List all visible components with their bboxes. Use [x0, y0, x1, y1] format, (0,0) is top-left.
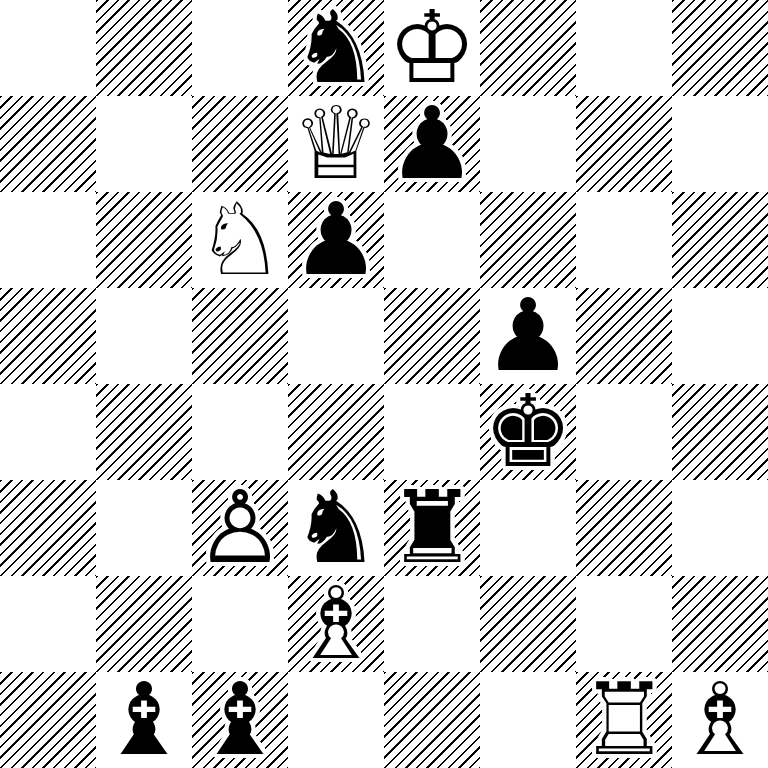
square-c5[interactable] [192, 288, 288, 384]
square-e1[interactable] [384, 672, 480, 768]
white-king-icon: ♔ [384, 0, 480, 96]
square-d7[interactable]: ♛♕ [288, 96, 384, 192]
square-a5[interactable] [0, 288, 96, 384]
black-rook-icon: ♜ [384, 480, 480, 576]
square-d1[interactable] [288, 672, 384, 768]
square-b3[interactable] [96, 480, 192, 576]
square-g1[interactable]: ♜♖ [576, 672, 672, 768]
white-bishop-icon: ♗ [288, 576, 384, 672]
black-bishop-icon: ♝ [96, 672, 192, 768]
piece-black-pawn-e7[interactable]: ♟♟ [384, 96, 480, 192]
square-f2[interactable] [480, 576, 576, 672]
square-c7[interactable] [192, 96, 288, 192]
square-g2[interactable] [576, 576, 672, 672]
square-a8[interactable] [0, 0, 96, 96]
black-pawn-icon: ♟ [288, 192, 384, 288]
square-b2[interactable] [96, 576, 192, 672]
black-knight-icon: ♞ [288, 480, 384, 576]
square-g6[interactable] [576, 192, 672, 288]
square-e4[interactable] [384, 384, 480, 480]
piece-white-king-e8[interactable]: ♚♔ [384, 0, 480, 96]
square-a4[interactable] [0, 384, 96, 480]
piece-black-bishop-b1[interactable]: ♝♝ [96, 672, 192, 768]
piece-black-bishop-c1[interactable]: ♝♝ [192, 672, 288, 768]
square-f4[interactable]: ♚♚ [480, 384, 576, 480]
square-d5[interactable] [288, 288, 384, 384]
white-bishop-icon: ♗ [672, 672, 768, 768]
square-c2[interactable] [192, 576, 288, 672]
square-a7[interactable] [0, 96, 96, 192]
square-f7[interactable] [480, 96, 576, 192]
black-pawn-icon: ♟ [480, 288, 576, 384]
square-d4[interactable] [288, 384, 384, 480]
square-e3[interactable]: ♜♜ [384, 480, 480, 576]
piece-black-rook-e3[interactable]: ♜♜ [384, 480, 480, 576]
square-h1[interactable]: ♝♗ [672, 672, 768, 768]
white-rook-icon: ♖ [576, 672, 672, 768]
square-e6[interactable] [384, 192, 480, 288]
piece-black-knight-d3[interactable]: ♞♞ [288, 480, 384, 576]
square-b7[interactable] [96, 96, 192, 192]
piece-white-knight-c6[interactable]: ♞♘ [192, 192, 288, 288]
piece-black-pawn-f5[interactable]: ♟♟ [480, 288, 576, 384]
piece-black-knight-d8[interactable]: ♞♞ [288, 0, 384, 96]
square-d8[interactable]: ♞♞ [288, 0, 384, 96]
square-f3[interactable] [480, 480, 576, 576]
chess-board: ♞♞♚♔♛♕♟♟♞♘♟♟♟♟♚♚♟♙♞♞♜♜♝♗♝♝♝♝♜♖♝♗ [0, 0, 768, 768]
square-b1[interactable]: ♝♝ [96, 672, 192, 768]
square-e2[interactable] [384, 576, 480, 672]
white-queen-icon: ♕ [288, 96, 384, 192]
white-knight-icon: ♘ [192, 192, 288, 288]
black-knight-icon: ♞ [288, 0, 384, 96]
square-f8[interactable] [480, 0, 576, 96]
black-king-icon: ♚ [480, 384, 576, 480]
square-c3[interactable]: ♟♙ [192, 480, 288, 576]
square-c6[interactable]: ♞♘ [192, 192, 288, 288]
square-g4[interactable] [576, 384, 672, 480]
square-a6[interactable] [0, 192, 96, 288]
square-e8[interactable]: ♚♔ [384, 0, 480, 96]
square-e7[interactable]: ♟♟ [384, 96, 480, 192]
square-f5[interactable]: ♟♟ [480, 288, 576, 384]
square-a3[interactable] [0, 480, 96, 576]
square-g8[interactable] [576, 0, 672, 96]
square-a2[interactable] [0, 576, 96, 672]
square-h5[interactable] [672, 288, 768, 384]
square-h4[interactable] [672, 384, 768, 480]
piece-white-pawn-c3[interactable]: ♟♙ [192, 480, 288, 576]
piece-white-queen-d7[interactable]: ♛♕ [288, 96, 384, 192]
white-pawn-icon: ♙ [192, 480, 288, 576]
square-h6[interactable] [672, 192, 768, 288]
square-c4[interactable] [192, 384, 288, 480]
square-b5[interactable] [96, 288, 192, 384]
square-h2[interactable] [672, 576, 768, 672]
square-d6[interactable]: ♟♟ [288, 192, 384, 288]
square-h8[interactable] [672, 0, 768, 96]
square-c1[interactable]: ♝♝ [192, 672, 288, 768]
piece-black-pawn-d6[interactable]: ♟♟ [288, 192, 384, 288]
square-d2[interactable]: ♝♗ [288, 576, 384, 672]
square-g3[interactable] [576, 480, 672, 576]
black-bishop-icon: ♝ [192, 672, 288, 768]
square-d3[interactable]: ♞♞ [288, 480, 384, 576]
square-f1[interactable] [480, 672, 576, 768]
square-h3[interactable] [672, 480, 768, 576]
square-f6[interactable] [480, 192, 576, 288]
black-pawn-icon: ♟ [384, 96, 480, 192]
square-b4[interactable] [96, 384, 192, 480]
square-e5[interactable] [384, 288, 480, 384]
square-h7[interactable] [672, 96, 768, 192]
piece-white-rook-g1[interactable]: ♜♖ [576, 672, 672, 768]
square-g5[interactable] [576, 288, 672, 384]
square-b6[interactable] [96, 192, 192, 288]
square-c8[interactable] [192, 0, 288, 96]
piece-black-king-f4[interactable]: ♚♚ [480, 384, 576, 480]
square-a1[interactable] [0, 672, 96, 768]
piece-white-bishop-d2[interactable]: ♝♗ [288, 576, 384, 672]
square-b8[interactable] [96, 0, 192, 96]
square-g7[interactable] [576, 96, 672, 192]
piece-white-bishop-h1[interactable]: ♝♗ [672, 672, 768, 768]
